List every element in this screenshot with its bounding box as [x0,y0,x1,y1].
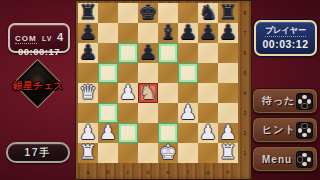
white-pawn: ♟ [99,122,117,142]
controller-y-button-icon [296,151,313,168]
square-h1[interactable]: ♜ [218,143,238,163]
black-pawn: ♟ [79,42,97,62]
square-b4[interactable] [98,83,118,103]
menu-button[interactable]: Menu [252,146,318,172]
square-f7[interactable]: ♟ [178,23,198,43]
black-pawn: ♟ [179,22,197,42]
square-f1[interactable] [178,143,198,163]
square-g5[interactable] [198,63,218,83]
square-f5[interactable] [178,63,198,83]
file-label-f: f [178,169,198,175]
logo-title: 銀星チェス [8,79,68,93]
black-king: ♚ [139,2,157,22]
white-pawn: ♟ [119,82,137,102]
square-c8[interactable] [118,3,138,23]
com-label: COM [15,34,37,44]
move-counter-label: 17手 [24,146,51,160]
square-b5[interactable] [98,63,118,83]
square-g1[interactable] [198,143,218,163]
com-level: LV 4 [42,27,63,45]
white-queen: ♛ [79,82,97,102]
square-e7[interactable]: ♝ [158,23,178,43]
square-g4[interactable] [198,83,218,103]
white-pawn: ♟ [79,122,97,142]
square-c2[interactable] [118,123,138,143]
file-label-d: d [138,169,158,175]
white-pawn: ♟ [199,122,217,142]
rank-label-1: 1 [239,143,251,163]
move-counter-button[interactable]: 17手 [6,142,70,163]
square-b8[interactable] [98,3,118,23]
square-d1[interactable] [138,143,158,163]
game-screen: COM LV 4 00:00:17 銀星チェス 17手 ♜♚♞♜♟♝♟♟♟♟♟♛… [0,0,320,180]
square-d8[interactable]: ♚ [138,3,158,23]
black-pawn: ♟ [79,22,97,42]
rank-label-2: 2 [239,123,251,143]
square-h5[interactable] [218,63,238,83]
game-logo: 銀星チェス [8,60,68,114]
takeback-label: 待った [262,94,295,108]
square-b1[interactable] [98,143,118,163]
black-bishop: ♝ [159,22,177,42]
square-c3[interactable] [118,103,138,123]
black-rook: ♜ [79,2,97,22]
white-knight: ♞ [139,82,157,102]
square-c6[interactable] [118,43,138,63]
white-rook: ♜ [219,142,237,162]
square-h7[interactable]: ♟ [218,23,238,43]
square-b6[interactable] [98,43,118,63]
square-e6[interactable] [158,43,178,63]
chess-board: ♜♚♞♜♟♝♟♟♟♟♟♛♟♞♟♟♟♟♟♜♚♜ [78,3,238,163]
square-c7[interactable] [118,23,138,43]
com-timer-panel: COM LV 4 00:00:17 [8,23,70,53]
square-g2[interactable]: ♟ [198,123,218,143]
file-label-b: b [98,169,118,175]
white-rook: ♜ [79,142,97,162]
file-label-c: c [118,169,138,175]
white-pawn: ♟ [219,122,237,142]
file-label-a: a [78,169,98,175]
file-labels: abcdefgh [78,169,238,175]
square-g6[interactable] [198,43,218,63]
rank-label-5: 5 [239,63,251,83]
square-d6[interactable]: ♟ [138,43,158,63]
black-pawn: ♟ [139,42,157,62]
player-timer-panel: プレイヤー 00:03:12 [254,20,317,56]
square-c4[interactable]: ♟ [118,83,138,103]
controller-x-button-icon [296,122,313,139]
controller-b-button-icon [296,93,313,110]
white-pawn: ♟ [179,102,197,122]
square-a4[interactable]: ♛ [78,83,98,103]
rank-label-4: 4 [239,83,251,103]
square-h4[interactable] [218,83,238,103]
com-time: 00:00:17 [15,46,63,57]
hint-button[interactable]: ヒント [252,117,318,143]
menu-label: Menu [262,154,292,165]
square-f6[interactable] [178,43,198,63]
rank-labels: 87654321 [239,3,251,163]
player-time: 00:03:12 [256,38,315,50]
file-label-e: e [158,169,178,175]
rank-label-3: 3 [239,103,251,123]
player-label: プレイヤー [256,25,315,36]
black-pawn: ♟ [219,22,237,42]
square-e4[interactable] [158,83,178,103]
square-f3[interactable]: ♟ [178,103,198,123]
square-c1[interactable] [118,143,138,163]
file-label-g: g [198,169,218,175]
square-e1[interactable]: ♚ [158,143,178,163]
rank-label-7: 7 [239,23,251,43]
square-a1[interactable]: ♜ [78,143,98,163]
square-b7[interactable] [98,23,118,43]
square-a6[interactable]: ♟ [78,43,98,63]
file-label-h: h [218,169,238,175]
square-b2[interactable]: ♟ [98,123,118,143]
square-d3[interactable] [138,103,158,123]
black-pawn: ♟ [199,22,217,42]
chess-board-frame: ♜♚♞♜♟♝♟♟♟♟♟♛♟♞♟♟♟♟♟♜♚♜ abcdefgh 87654321 [75,0,252,180]
square-h6[interactable] [218,43,238,63]
black-rook: ♜ [219,2,237,22]
takeback-button[interactable]: 待った [252,88,318,114]
square-e5[interactable] [158,63,178,83]
hint-label: ヒント [262,123,296,137]
square-f2[interactable] [178,123,198,143]
square-d2[interactable] [138,123,158,143]
white-king: ♚ [159,142,177,162]
square-g7[interactable]: ♟ [198,23,218,43]
square-d4[interactable]: ♞ [138,83,158,103]
rank-label-8: 8 [239,3,251,23]
rank-label-6: 6 [239,43,251,63]
square-e3[interactable] [158,103,178,123]
black-knight: ♞ [199,2,217,22]
